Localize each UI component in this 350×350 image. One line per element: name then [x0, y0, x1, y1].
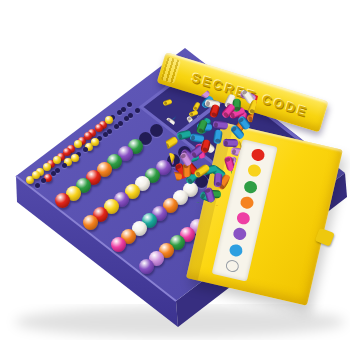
supply-peg[interactable]	[213, 120, 229, 130]
score-hole[interactable]	[55, 168, 60, 173]
guide-dot-empty	[224, 259, 239, 274]
guide-dot-blue	[228, 243, 243, 258]
guide-dot-yellow	[246, 163, 261, 178]
supply-peg[interactable]	[213, 129, 223, 144]
score-hole[interactable]	[103, 132, 108, 137]
score-peg[interactable]	[105, 116, 113, 124]
guide-dot-purple	[232, 227, 247, 242]
product-photo-secret-code-game: SECRET CODE	[0, 0, 350, 350]
score-hole[interactable]	[62, 163, 67, 168]
peg-bore	[225, 157, 231, 162]
small-supply-peg[interactable]	[162, 98, 172, 106]
peg-bore	[205, 100, 210, 106]
guide-dot-red	[250, 148, 265, 163]
peg-bore	[214, 138, 220, 143]
score-hole[interactable]	[35, 183, 40, 188]
peg-bore	[198, 127, 204, 133]
peg-bore	[177, 133, 182, 139]
peg-bore	[223, 111, 229, 117]
score-peg[interactable]	[43, 163, 51, 171]
code-peg[interactable]	[83, 215, 98, 230]
peg-bore	[224, 140, 228, 145]
peg-bore	[215, 182, 220, 186]
score-peg[interactable]	[74, 140, 82, 148]
code-peg[interactable]	[55, 193, 70, 208]
guide-dot-pink	[235, 211, 250, 226]
peg-bore	[163, 101, 167, 105]
score-peg[interactable]	[91, 138, 99, 146]
supply-peg[interactable]	[223, 139, 239, 148]
peg-bore	[202, 147, 208, 152]
peg-bore	[206, 187, 212, 192]
score-hole[interactable]	[83, 147, 88, 152]
supply-peg[interactable]	[213, 173, 222, 188]
peg-bore	[238, 117, 244, 123]
peg-bore	[176, 164, 182, 170]
score-hole[interactable]	[135, 108, 140, 113]
score-hole[interactable]	[107, 129, 112, 134]
supply-peg[interactable]	[209, 104, 220, 119]
peg-bore	[249, 108, 255, 114]
score-peg[interactable]	[63, 148, 71, 156]
supply-peg[interactable]	[193, 163, 210, 178]
code-peg[interactable]	[111, 237, 126, 252]
peg-bore	[190, 134, 195, 140]
score-peg[interactable]	[95, 124, 103, 132]
score-peg[interactable]	[53, 156, 61, 164]
peg-bore	[214, 121, 219, 126]
code-hole[interactable]	[150, 124, 163, 137]
score-hole[interactable]	[114, 124, 119, 129]
score-peg[interactable]	[71, 154, 79, 162]
supply-peg[interactable]	[176, 129, 191, 140]
peg-bore	[211, 112, 217, 117]
peg-bore	[195, 170, 201, 176]
score-peg[interactable]	[32, 171, 40, 179]
score-hole[interactable]	[117, 110, 122, 115]
score-hole[interactable]	[124, 116, 129, 121]
peg-bore	[232, 148, 237, 154]
score-hole[interactable]	[51, 171, 56, 176]
guide-dot-green	[243, 179, 258, 194]
score-hole[interactable]	[41, 178, 46, 183]
code-peg[interactable]	[139, 259, 154, 274]
peg-bore	[231, 126, 237, 132]
peg-bore	[191, 152, 197, 158]
peg-bore	[180, 152, 186, 158]
guide-dot-orange	[239, 195, 254, 210]
peg-bore	[186, 177, 192, 183]
score-hole[interactable]	[127, 102, 132, 107]
